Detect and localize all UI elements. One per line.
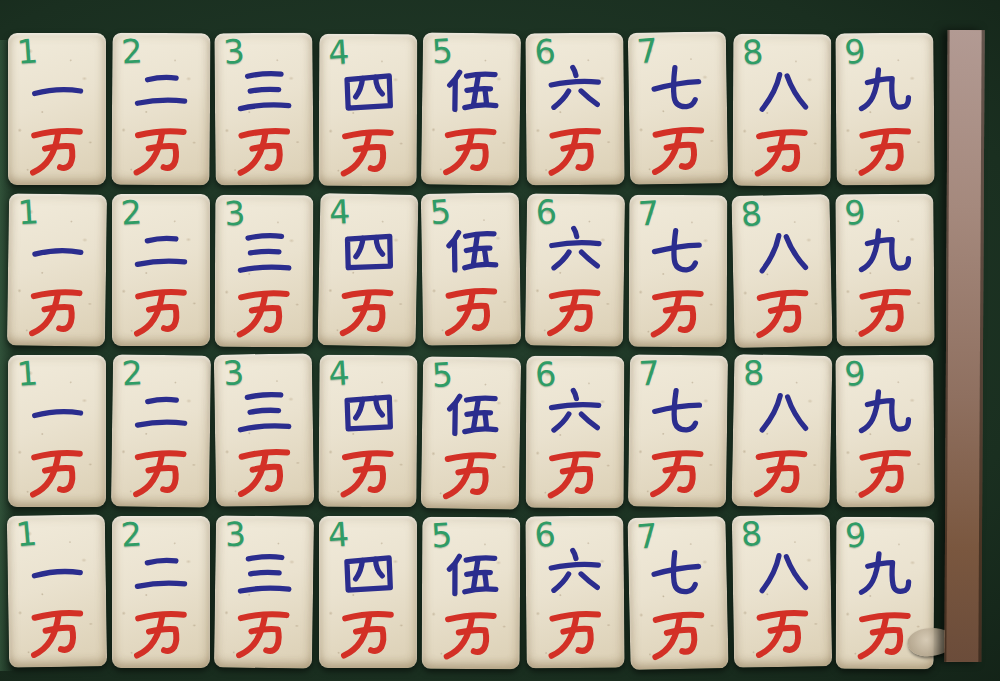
numeral-glyph [329, 220, 406, 283]
tile-7m-row3[interactable]: 7 [628, 354, 728, 507]
tile-3m-row2[interactable]: 3 [215, 195, 314, 347]
numeral-glyph [433, 383, 510, 446]
numeral-glyph [640, 381, 717, 444]
wan-suit-glyph [436, 280, 507, 341]
tile-3m-row3[interactable]: 3 [214, 353, 314, 507]
numeral-glyph [743, 61, 819, 123]
numeral-glyph [847, 60, 924, 123]
wan-suit-glyph [332, 443, 402, 503]
tile-7m-row4[interactable]: 7 [627, 516, 728, 670]
numeral-glyph [639, 543, 716, 607]
numeral-glyph [225, 380, 302, 443]
wan-suit-glyph [333, 604, 403, 664]
tile-1m-row2[interactable]: 1 [7, 193, 107, 346]
tile-9m-row2[interactable]: 9 [835, 194, 934, 347]
tile-2m-row3[interactable]: 2 [110, 354, 210, 507]
wan-suit-glyph [22, 121, 92, 181]
tile-5m-row2[interactable]: 5 [421, 192, 521, 346]
wan-suit-glyph [850, 121, 921, 182]
wan-suit-glyph [21, 282, 92, 343]
numeral-glyph [19, 220, 96, 283]
wan-suit-glyph [22, 443, 92, 503]
tile-5m-row1[interactable]: 5 [421, 32, 521, 185]
numeral-glyph [432, 219, 509, 282]
numeral-glyph [330, 543, 406, 605]
numeral-glyph [123, 221, 199, 283]
mahjong-board: 123456789123456789123456789123456789 [8, 33, 934, 668]
wan-suit-glyph [228, 604, 299, 665]
tile-1m-row4[interactable]: 1 [7, 514, 107, 668]
tile-4m-row1[interactable]: 4 [318, 34, 417, 186]
wan-suit-glyph [643, 119, 714, 180]
wan-suit-glyph [126, 282, 196, 342]
tile-1m-row1[interactable]: 1 [8, 33, 106, 185]
numeral-glyph [19, 60, 95, 122]
wan-suit-glyph [747, 282, 818, 343]
numeral-glyph [640, 222, 716, 284]
wan-suit-glyph [643, 604, 714, 665]
tile-2m-row1[interactable]: 2 [111, 33, 210, 186]
tile-3m-row4[interactable]: 3 [214, 515, 314, 668]
numeral-glyph [433, 59, 510, 122]
tile-9m-row3[interactable]: 9 [835, 355, 934, 508]
tile-7m-row1[interactable]: 7 [628, 31, 728, 185]
wan-suit-glyph [642, 443, 713, 504]
wan-suit-glyph [745, 442, 816, 503]
numeral-glyph [329, 61, 405, 123]
tile-6m-row3[interactable]: 6 [525, 356, 624, 508]
wan-suit-glyph [229, 283, 299, 343]
numeral-glyph [226, 60, 303, 123]
tile-3m-row1[interactable]: 3 [214, 33, 313, 186]
tile-6m-row1[interactable]: 6 [525, 33, 624, 186]
numeral-glyph [226, 222, 302, 284]
mahjong-tray: 123456789123456789123456789123456789 [0, 0, 1000, 681]
wan-suit-glyph [124, 443, 195, 504]
wan-suit-glyph [850, 282, 921, 343]
tile-9m-row1[interactable]: 9 [835, 33, 934, 186]
wan-suit-glyph [435, 444, 506, 505]
box-edge-wood-strip [944, 30, 984, 662]
numeral-glyph [122, 60, 198, 123]
tile-1m-row3[interactable]: 1 [8, 355, 106, 507]
tile-6m-row4[interactable]: 6 [525, 516, 624, 669]
numeral-glyph [536, 383, 612, 445]
wan-suit-glyph [331, 281, 402, 342]
numeral-glyph [743, 221, 820, 285]
tile-2m-row2[interactable]: 2 [112, 194, 210, 346]
numeral-glyph [536, 60, 613, 123]
wan-suit-glyph [229, 441, 300, 502]
numeral-glyph [123, 543, 199, 605]
tile-4m-row4[interactable]: 4 [319, 516, 417, 668]
numeral-glyph [639, 58, 716, 121]
wan-suit-glyph [126, 604, 196, 664]
wan-suit-glyph [540, 121, 611, 182]
wan-suit-glyph [22, 602, 93, 663]
numeral-glyph [19, 382, 95, 444]
numeral-glyph [847, 544, 923, 606]
numeral-glyph [847, 382, 924, 445]
numeral-glyph [536, 543, 613, 606]
numeral-glyph [847, 221, 924, 284]
tile-8m-row3[interactable]: 8 [731, 354, 832, 508]
tile-5m-row4[interactable]: 5 [422, 517, 521, 669]
numeral-glyph [226, 542, 303, 605]
wan-suit-glyph [643, 283, 713, 343]
tile-7m-row2[interactable]: 7 [629, 195, 728, 347]
tile-4m-row2[interactable]: 4 [317, 193, 418, 347]
tile-2m-row4[interactable]: 2 [112, 516, 210, 668]
wan-suit-glyph [540, 604, 611, 665]
tile-8m-row4[interactable]: 8 [731, 514, 831, 668]
numeral-glyph [536, 220, 613, 283]
tile-5m-row3[interactable]: 5 [421, 356, 521, 510]
tile-4m-row3[interactable]: 4 [318, 355, 417, 508]
numeral-glyph [743, 541, 820, 604]
tile-6m-row2[interactable]: 6 [524, 193, 624, 346]
numeral-glyph [18, 541, 95, 604]
tile-8m-row1[interactable]: 8 [732, 34, 831, 186]
wan-suit-glyph [538, 282, 609, 343]
wan-suit-glyph [436, 605, 506, 665]
tile-8m-row2[interactable]: 8 [731, 194, 832, 348]
numeral-glyph [329, 382, 405, 445]
wan-suit-glyph [746, 122, 816, 182]
wan-suit-glyph [850, 443, 921, 504]
wan-suit-glyph [539, 444, 609, 504]
numeral-glyph [743, 381, 820, 444]
wan-suit-glyph [125, 121, 195, 181]
wan-suit-glyph [435, 121, 506, 182]
numeral-glyph [433, 544, 509, 606]
wan-suit-glyph [332, 122, 402, 182]
wan-suit-glyph [747, 602, 818, 663]
numeral-glyph [122, 381, 199, 444]
wan-suit-glyph [229, 121, 300, 182]
